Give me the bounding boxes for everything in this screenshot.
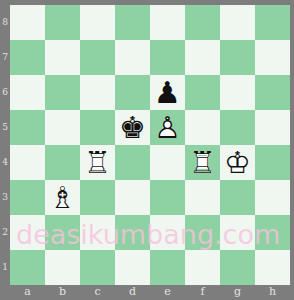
square-g3[interactable] — [220, 180, 255, 215]
file-label-f: f — [185, 285, 220, 300]
rank-label-7: 7 — [0, 40, 10, 75]
square-f3[interactable] — [185, 180, 220, 215]
square-a6[interactable] — [10, 75, 45, 110]
square-g5[interactable] — [220, 110, 255, 145]
square-d2[interactable] — [115, 215, 150, 250]
square-a3[interactable] — [10, 180, 45, 215]
square-d6[interactable] — [115, 75, 150, 110]
file-label-h: h — [255, 285, 290, 300]
square-d7[interactable] — [115, 40, 150, 75]
file-label-g: g — [220, 285, 255, 300]
square-c3[interactable] — [80, 180, 115, 215]
square-e5[interactable]: ♟♙ — [150, 110, 185, 145]
square-b4[interactable] — [45, 145, 80, 180]
chess-diagram: ♟♚♟♙♜♖♜♖♚♔♝♗ 87654321 abcdefgh deasikumb… — [0, 0, 294, 300]
piece-white-rook[interactable]: ♜♖ — [185, 145, 220, 180]
square-g6[interactable] — [220, 75, 255, 110]
square-f1[interactable] — [185, 250, 220, 285]
square-b3[interactable]: ♝♗ — [45, 180, 80, 215]
square-h3[interactable] — [255, 180, 290, 215]
piece-white-pawn[interactable]: ♟♙ — [150, 110, 185, 145]
piece-white-king[interactable]: ♚♔ — [220, 145, 255, 180]
square-h8[interactable] — [255, 5, 290, 40]
square-a1[interactable] — [10, 250, 45, 285]
square-d5[interactable]: ♚ — [115, 110, 150, 145]
file-labels: abcdefgh — [10, 285, 290, 300]
square-c2[interactable] — [80, 215, 115, 250]
white-pawn-outline: ♙ — [150, 109, 185, 144]
square-d8[interactable] — [115, 5, 150, 40]
square-a2[interactable] — [10, 215, 45, 250]
square-e6[interactable]: ♟ — [150, 75, 185, 110]
black-pawn-fill: ♟ — [150, 74, 185, 109]
square-a4[interactable] — [10, 145, 45, 180]
square-a7[interactable] — [10, 40, 45, 75]
square-f6[interactable] — [185, 75, 220, 110]
square-h5[interactable] — [255, 110, 290, 145]
square-h6[interactable] — [255, 75, 290, 110]
square-b5[interactable] — [45, 110, 80, 145]
piece-black-king[interactable]: ♚ — [115, 110, 150, 145]
piece-black-pawn[interactable]: ♟ — [150, 75, 185, 110]
square-e7[interactable] — [150, 40, 185, 75]
file-label-b: b — [45, 285, 80, 300]
square-c6[interactable] — [80, 75, 115, 110]
file-label-c: c — [80, 285, 115, 300]
rank-label-2: 2 — [0, 215, 10, 250]
square-g8[interactable] — [220, 5, 255, 40]
square-b1[interactable] — [45, 250, 80, 285]
square-c8[interactable] — [80, 5, 115, 40]
square-b7[interactable] — [45, 40, 80, 75]
square-c5[interactable] — [80, 110, 115, 145]
file-label-a: a — [10, 285, 45, 300]
square-g4[interactable]: ♚♔ — [220, 145, 255, 180]
rank-label-3: 3 — [0, 180, 10, 215]
rank-label-8: 8 — [0, 5, 10, 40]
square-e2[interactable] — [150, 215, 185, 250]
square-d4[interactable] — [115, 145, 150, 180]
white-rook-outline: ♖ — [185, 144, 220, 179]
file-label-d: d — [115, 285, 150, 300]
square-g1[interactable] — [220, 250, 255, 285]
square-e3[interactable] — [150, 180, 185, 215]
square-f5[interactable] — [185, 110, 220, 145]
square-f7[interactable] — [185, 40, 220, 75]
square-f4[interactable]: ♜♖ — [185, 145, 220, 180]
square-c7[interactable] — [80, 40, 115, 75]
square-h7[interactable] — [255, 40, 290, 75]
square-b2[interactable] — [45, 215, 80, 250]
square-b6[interactable] — [45, 75, 80, 110]
piece-white-bishop[interactable]: ♝♗ — [45, 180, 80, 215]
rank-label-1: 1 — [0, 250, 10, 285]
square-b8[interactable] — [45, 5, 80, 40]
square-h1[interactable] — [255, 250, 290, 285]
square-g7[interactable] — [220, 40, 255, 75]
file-label-e: e — [150, 285, 185, 300]
chess-board[interactable]: ♟♚♟♙♜♖♜♖♚♔♝♗ — [10, 5, 290, 285]
rank-label-4: 4 — [0, 145, 10, 180]
rank-label-6: 6 — [0, 75, 10, 110]
square-g2[interactable] — [220, 215, 255, 250]
square-f2[interactable] — [185, 215, 220, 250]
square-d3[interactable] — [115, 180, 150, 215]
square-c4[interactable]: ♜♖ — [80, 145, 115, 180]
square-h4[interactable] — [255, 145, 290, 180]
square-h2[interactable] — [255, 215, 290, 250]
white-rook-outline: ♖ — [80, 144, 115, 179]
square-e4[interactable] — [150, 145, 185, 180]
square-d1[interactable] — [115, 250, 150, 285]
square-a5[interactable] — [10, 110, 45, 145]
white-bishop-outline: ♗ — [45, 179, 80, 214]
square-f8[interactable] — [185, 5, 220, 40]
rank-label-5: 5 — [0, 110, 10, 145]
black-king-fill: ♚ — [115, 109, 150, 144]
square-a8[interactable] — [10, 5, 45, 40]
square-e1[interactable] — [150, 250, 185, 285]
square-c1[interactable] — [80, 250, 115, 285]
white-king-outline: ♔ — [220, 144, 255, 179]
piece-white-rook[interactable]: ♜♖ — [80, 145, 115, 180]
square-e8[interactable] — [150, 5, 185, 40]
